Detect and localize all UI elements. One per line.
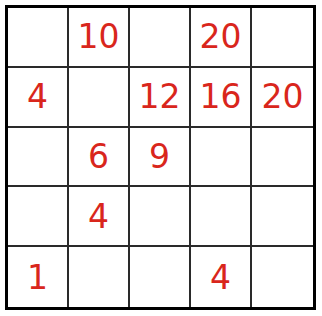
cell-r2c3[interactable]: 12: [130, 68, 191, 128]
cell-r5c5[interactable]: [252, 247, 313, 307]
cell-r3c4[interactable]: [191, 128, 252, 188]
cell-r1c4[interactable]: 20: [191, 8, 252, 68]
cell-r5c2[interactable]: [69, 247, 130, 307]
cell-r3c3[interactable]: 9: [130, 128, 191, 188]
cell-r4c2[interactable]: 4: [69, 187, 130, 247]
cell-r1c5[interactable]: [252, 8, 313, 68]
cell-r1c2[interactable]: 10: [69, 8, 130, 68]
cell-r3c1[interactable]: [8, 128, 69, 188]
cell-r5c4[interactable]: 4: [191, 247, 252, 307]
cell-r2c4[interactable]: 16: [191, 68, 252, 128]
cell-r4c3[interactable]: [130, 187, 191, 247]
cell-r2c2[interactable]: [69, 68, 130, 128]
cell-r4c1[interactable]: [8, 187, 69, 247]
cell-r1c1[interactable]: [8, 8, 69, 68]
puzzle-board: 10 20 4 12 16 20 6 9 4 1 4: [5, 5, 316, 310]
cell-r3c5[interactable]: [252, 128, 313, 188]
cell-r5c1[interactable]: 1: [8, 247, 69, 307]
cell-r1c3[interactable]: [130, 8, 191, 68]
puzzle-grid: 10 20 4 12 16 20 6 9 4 1 4: [8, 8, 313, 307]
cell-r4c4[interactable]: [191, 187, 252, 247]
cell-r2c1[interactable]: 4: [8, 68, 69, 128]
cell-r5c3[interactable]: [130, 247, 191, 307]
cell-r3c2[interactable]: 6: [69, 128, 130, 188]
cell-r4c5[interactable]: [252, 187, 313, 247]
cell-r2c5[interactable]: 20: [252, 68, 313, 128]
